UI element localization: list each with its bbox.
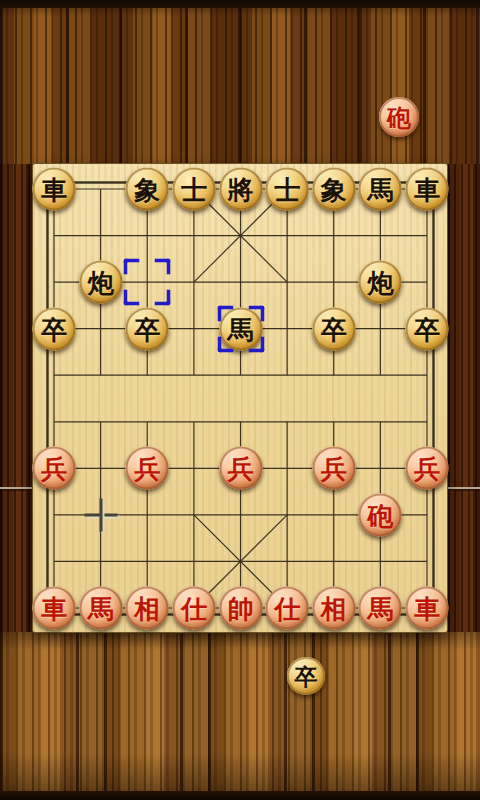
board-piece-red[interactable]: 車 xyxy=(33,587,76,630)
screen-top-edge xyxy=(0,0,480,8)
piece-glyph: 砲 xyxy=(367,501,393,528)
piece-glyph: 馬 xyxy=(367,595,393,622)
piece-glyph: 帥 xyxy=(228,595,254,622)
wood-background-right xyxy=(447,164,480,632)
captured-black-pawn-glyph: 卒 xyxy=(295,664,318,688)
piece-glyph: 車 xyxy=(41,176,67,203)
piece-glyph: 卒 xyxy=(134,315,160,342)
wood-background-left xyxy=(0,164,33,632)
piece-glyph: 馬 xyxy=(367,176,393,203)
piece-glyph: 馬 xyxy=(228,315,254,342)
piece-glyph: 兵 xyxy=(321,455,347,482)
piece-glyph: 炮 xyxy=(367,269,393,296)
board-piece-black[interactable]: 車 xyxy=(33,168,76,211)
board-piece-red[interactable]: 馬 xyxy=(359,587,402,630)
captured-red-cannon-piece: 砲 xyxy=(379,97,419,137)
wood-background-bottom xyxy=(0,632,480,800)
board-piece-red[interactable]: 兵 xyxy=(406,447,449,490)
board-piece-red[interactable]: 馬 xyxy=(79,587,122,630)
captured-black-pawn-piece: 卒 xyxy=(287,657,325,695)
board-grid-lines xyxy=(33,164,447,632)
board-piece-black[interactable]: 象 xyxy=(126,168,169,211)
board-piece-black[interactable]: 將 xyxy=(219,168,262,211)
board-piece-red[interactable]: 兵 xyxy=(219,447,262,490)
piece-glyph: 相 xyxy=(134,595,160,622)
piece-glyph: 將 xyxy=(228,176,254,203)
board-piece-red[interactable]: 仕 xyxy=(266,587,309,630)
piece-glyph: 象 xyxy=(134,176,160,203)
piece-glyph: 車 xyxy=(41,595,67,622)
board-piece-black[interactable]: 象 xyxy=(312,168,355,211)
xiangqi-app-screen: 車象士將士象馬車炮炮卒卒馬卒卒兵兵兵兵兵砲車馬相仕帥仕相馬車 砲 卒 xyxy=(0,0,480,800)
piece-glyph: 象 xyxy=(321,176,347,203)
piece-glyph: 仕 xyxy=(181,595,207,622)
board-piece-red[interactable]: 帥 xyxy=(219,587,262,630)
xiangqi-board[interactable]: 車象士將士象馬車炮炮卒卒馬卒卒兵兵兵兵兵砲車馬相仕帥仕相馬車 xyxy=(33,164,447,632)
board-piece-black[interactable]: 卒 xyxy=(126,307,169,350)
board-piece-red[interactable]: 相 xyxy=(312,587,355,630)
piece-glyph: 士 xyxy=(274,176,300,203)
piece-glyph: 兵 xyxy=(134,455,160,482)
piece-glyph: 兵 xyxy=(228,455,254,482)
board-piece-red[interactable]: 相 xyxy=(126,587,169,630)
board-piece-black-selected[interactable]: 馬 xyxy=(219,307,262,350)
piece-glyph: 炮 xyxy=(88,269,114,296)
board-piece-red[interactable]: 兵 xyxy=(126,447,169,490)
piece-glyph: 卒 xyxy=(414,315,440,342)
piece-glyph: 車 xyxy=(414,176,440,203)
piece-glyph: 車 xyxy=(414,595,440,622)
piece-glyph: 卒 xyxy=(41,315,67,342)
board-piece-red[interactable]: 仕 xyxy=(172,587,215,630)
board-piece-black[interactable]: 炮 xyxy=(359,261,402,304)
piece-glyph: 卒 xyxy=(321,315,347,342)
screen-bottom-edge xyxy=(0,791,480,800)
board-piece-red[interactable]: 兵 xyxy=(312,447,355,490)
board-piece-black[interactable]: 卒 xyxy=(312,307,355,350)
board-piece-red[interactable]: 兵 xyxy=(33,447,76,490)
board-piece-red[interactable]: 砲 xyxy=(359,493,402,536)
piece-glyph: 兵 xyxy=(41,455,67,482)
piece-glyph: 馬 xyxy=(88,595,114,622)
wood-background-top xyxy=(0,0,480,164)
piece-glyph: 士 xyxy=(181,176,207,203)
captured-red-cannon-glyph: 砲 xyxy=(387,105,411,130)
board-piece-black[interactable]: 馬 xyxy=(359,168,402,211)
board-piece-black[interactable]: 車 xyxy=(406,168,449,211)
board-piece-red[interactable]: 車 xyxy=(406,587,449,630)
board-piece-black[interactable]: 士 xyxy=(172,168,215,211)
piece-glyph: 仕 xyxy=(274,595,300,622)
board-piece-black[interactable]: 卒 xyxy=(33,307,76,350)
board-piece-black[interactable]: 士 xyxy=(266,168,309,211)
board-piece-black[interactable]: 卒 xyxy=(406,307,449,350)
board-piece-black[interactable]: 炮 xyxy=(79,261,122,304)
piece-glyph: 相 xyxy=(321,595,347,622)
piece-glyph: 兵 xyxy=(414,455,440,482)
